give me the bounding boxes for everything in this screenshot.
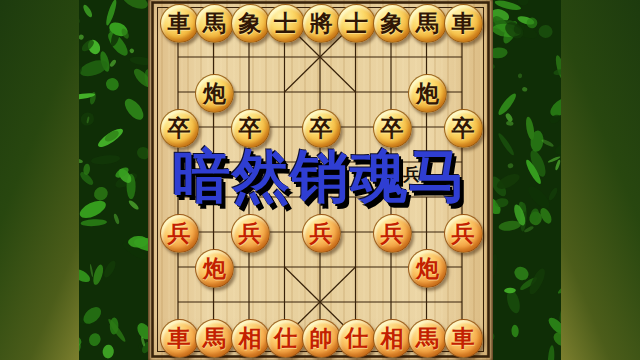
- piece-glyph: 炮: [203, 256, 226, 279]
- piece-black-cannon[interactable]: 炮: [195, 74, 234, 113]
- piece-black-elephant[interactable]: 象: [373, 4, 412, 43]
- piece-glyph: 相: [239, 326, 262, 349]
- piece-black-chariot[interactable]: 車: [444, 4, 483, 43]
- piece-black-chariot[interactable]: 車: [160, 4, 199, 43]
- piece-glyph: 卒: [381, 116, 404, 139]
- piece-red-soldier[interactable]: 兵: [160, 214, 199, 253]
- piece-black-horse[interactable]: 馬: [195, 4, 234, 43]
- piece-glyph: 帥: [310, 326, 333, 349]
- piece-glyph: 卒: [310, 116, 333, 139]
- piece-red-soldier[interactable]: 兵: [444, 214, 483, 253]
- piece-glyph: 卒: [239, 116, 262, 139]
- piece-black-elephant[interactable]: 象: [231, 4, 270, 43]
- piece-glyph: 仕: [345, 326, 368, 349]
- piece-red-advisor[interactable]: 仕: [266, 319, 305, 358]
- video-caption-title: 暗然销魂马: [150, 146, 490, 207]
- piece-glyph: 兵: [310, 221, 333, 244]
- piece-red-cannon[interactable]: 炮: [408, 249, 447, 288]
- piece-glyph: 兵: [381, 221, 404, 244]
- piece-red-elephant[interactable]: 相: [373, 319, 412, 358]
- piece-black-general[interactable]: 將: [302, 4, 341, 43]
- piece-glyph: 象: [239, 11, 262, 34]
- piece-red-soldier[interactable]: 兵: [231, 214, 270, 253]
- piece-glyph: 將: [310, 11, 333, 34]
- piece-glyph: 車: [452, 326, 475, 349]
- piece-glyph: 兵: [239, 221, 262, 244]
- piece-glyph: 炮: [416, 256, 439, 279]
- piece-glyph: 相: [381, 326, 404, 349]
- piece-glyph: 車: [452, 11, 475, 34]
- piece-glyph: 馬: [203, 326, 226, 349]
- piece-glyph: 炮: [416, 81, 439, 104]
- piece-black-advisor[interactable]: 士: [337, 4, 376, 43]
- piece-red-horse[interactable]: 馬: [195, 319, 234, 358]
- piece-glyph: 炮: [203, 81, 226, 104]
- xiangqi-video-frame: 兵 暗然销魂马 車馬象士將士象馬車炮炮卒卒卒卒卒兵兵兵兵兵炮炮車馬相仕帥仕相馬車: [0, 0, 640, 360]
- piece-red-cannon[interactable]: 炮: [195, 249, 234, 288]
- piece-glyph: 卒: [452, 116, 475, 139]
- piece-red-soldier[interactable]: 兵: [302, 214, 341, 253]
- piece-red-advisor[interactable]: 仕: [337, 319, 376, 358]
- piece-black-horse[interactable]: 馬: [408, 4, 447, 43]
- piece-glyph: 兵: [168, 221, 191, 244]
- piece-black-cannon[interactable]: 炮: [408, 74, 447, 113]
- piece-red-elephant[interactable]: 相: [231, 319, 270, 358]
- piece-red-chariot[interactable]: 車: [444, 319, 483, 358]
- piece-red-chariot[interactable]: 車: [160, 319, 199, 358]
- piece-glyph: 士: [345, 11, 368, 34]
- piece-glyph: 馬: [416, 326, 439, 349]
- piece-red-soldier[interactable]: 兵: [373, 214, 412, 253]
- piece-glyph: 卒: [168, 116, 191, 139]
- piece-glyph: 仕: [274, 326, 297, 349]
- piece-glyph: 馬: [203, 11, 226, 34]
- left-gradient-bar: [0, 0, 79, 360]
- right-gradient-bar: [561, 0, 640, 360]
- piece-red-marshal[interactable]: 帥: [302, 319, 341, 358]
- piece-glyph: 象: [381, 11, 404, 34]
- piece-black-advisor[interactable]: 士: [266, 4, 305, 43]
- piece-glyph: 馬: [416, 11, 439, 34]
- piece-glyph: 兵: [452, 221, 475, 244]
- piece-glyph: 士: [274, 11, 297, 34]
- piece-red-horse[interactable]: 馬: [408, 319, 447, 358]
- piece-glyph: 車: [168, 326, 191, 349]
- piece-glyph: 車: [168, 11, 191, 34]
